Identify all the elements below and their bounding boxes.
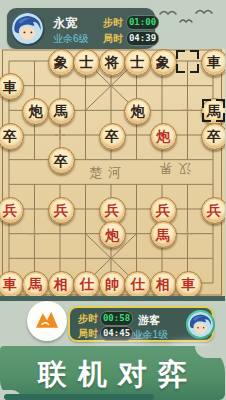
piece-red-general[interactable]: 帥 [99,271,126,298]
piece-red-horse[interactable]: 馬 [22,271,49,298]
piece-red-elephant[interactable]: 相 [48,271,75,298]
online-play-banner[interactable]: 联机对弈 [0,346,225,400]
piece-black-chariot[interactable]: 車 [201,49,226,76]
bottom-step-time-label: 步时 [78,312,98,326]
piece-black-soldier[interactable]: 卒 [48,147,75,174]
mist-decoration [90,336,150,344]
piece-black-advisor[interactable]: 士 [73,49,100,76]
top-step-time-label: 步时 [103,16,123,30]
piece-red-soldier[interactable]: 兵 [150,197,177,224]
piece-black-soldier[interactable]: 卒 [0,123,24,150]
piece-black-soldier[interactable]: 卒 [201,123,226,150]
piece-red-advisor[interactable]: 仕 [73,271,100,298]
piece-black-horse[interactable]: 馬 [48,98,75,125]
piece-red-horse[interactable]: 馬 [150,221,177,248]
piece-red-chariot[interactable]: 車 [175,271,202,298]
piece-red-cannon[interactable]: 炮 [150,123,177,150]
piece-black-elephant[interactable]: 象 [48,49,75,76]
top-player-panel: 永宽 业余6级 步时 01:00 局时 04:39 [7,8,155,49]
avatar-icon [12,13,43,44]
piece-red-elephant[interactable]: 相 [150,271,177,298]
board-bottom-edge [0,296,225,301]
birds-icon [152,6,218,32]
top-player-name: 永宽 [53,15,77,32]
piece-red-cannon[interactable]: 炮 [99,221,126,248]
bottom-player-avatar[interactable] [186,310,215,339]
piece-black-elephant[interactable]: 象 [150,49,177,76]
piece-red-soldier[interactable]: 兵 [99,197,126,224]
piece-black-soldier[interactable]: 卒 [99,123,126,150]
app-logo-icon [30,304,64,338]
piece-red-advisor[interactable]: 仕 [124,271,151,298]
piece-black-advisor[interactable]: 士 [124,49,151,76]
piece-black-horse[interactable]: 馬 [201,98,226,125]
board-lines: 楚河汉界 [0,49,225,297]
piece-black-general[interactable]: 将 [99,49,126,76]
piece-red-soldier[interactable]: 兵 [48,197,75,224]
piece-red-soldier[interactable]: 兵 [0,197,24,224]
piece-red-chariot[interactable]: 車 [0,271,24,298]
menu-button[interactable] [27,301,67,341]
piece-black-cannon[interactable]: 炮 [22,98,49,125]
piece-black-chariot[interactable]: 車 [0,73,24,100]
avatar-icon [188,312,213,337]
top-game-time-label: 局时 [103,32,123,46]
piece-red-soldier[interactable]: 兵 [201,197,226,224]
top-game-time: 04:39 [126,31,159,46]
top-player-avatar[interactable] [10,11,45,46]
svg-text:汉界: 汉界 [153,161,191,176]
top-player-rank: 业余6级 [53,32,89,46]
xiangqi-board[interactable]: 楚河汉界象士将士象車車炮馬炮馬卒卒炮卒卒兵兵兵兵兵炮馬車馬相仕帥仕相車 [0,49,225,297]
svg-text:楚河: 楚河 [89,165,127,180]
bottom-player-name: 游客 [138,313,160,328]
banner-title: 联机对弈 [0,355,225,395]
piece-black-cannon[interactable]: 炮 [124,98,151,125]
bottom-step-time: 00:58 [100,311,133,326]
